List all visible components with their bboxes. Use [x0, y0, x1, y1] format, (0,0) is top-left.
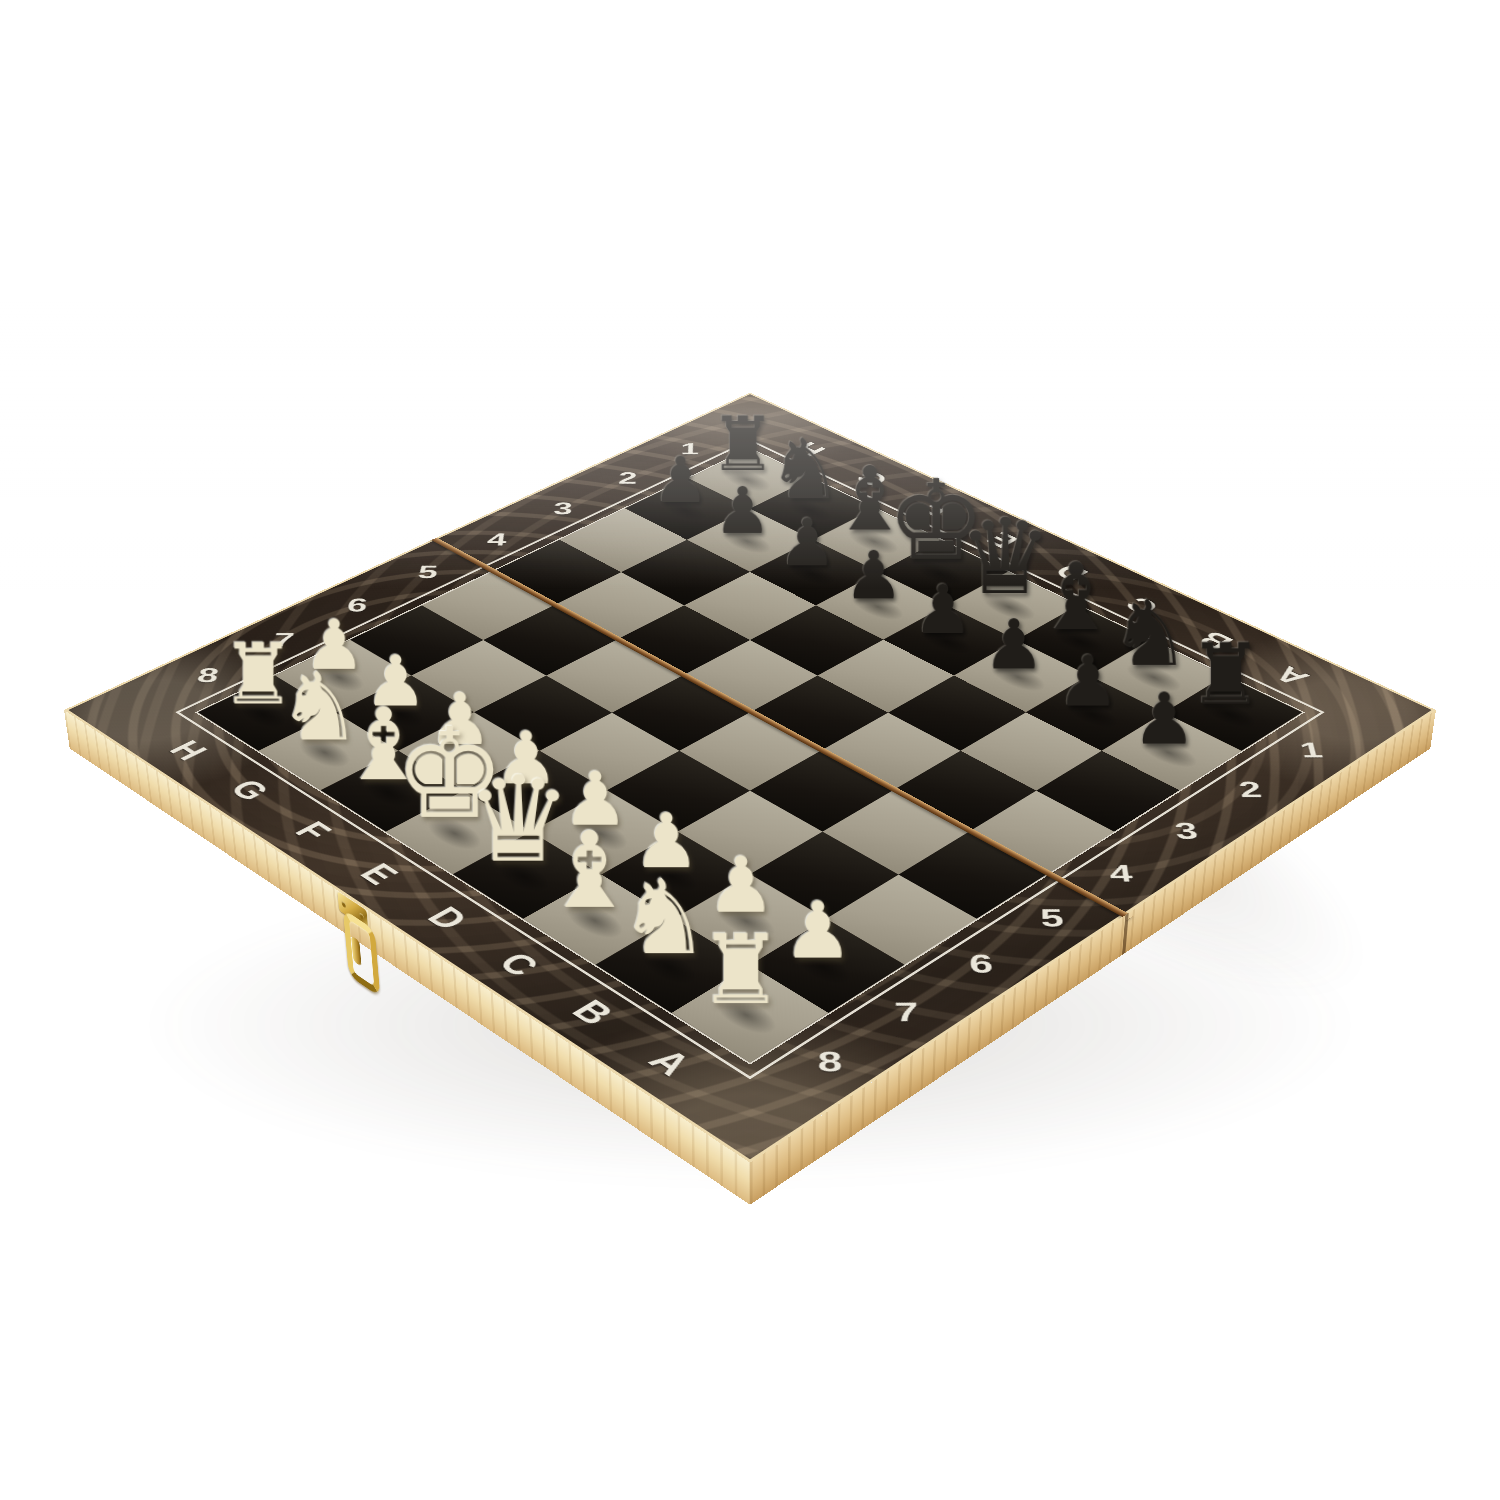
rank-label-left-edge-3: 3 — [553, 499, 574, 518]
rank-label-right-edge-8: 8 — [817, 1046, 843, 1078]
file-label-white-edge-A: A — [640, 1043, 701, 1082]
file-label-white-edge-B: B — [563, 994, 623, 1031]
square-d5[interactable] — [680, 712, 821, 790]
clasp-loop — [343, 909, 380, 997]
file-label-white-edge-H: H — [161, 736, 216, 766]
rank-label-right-edge-6: 6 — [968, 950, 995, 979]
rank-label-right-edge-4: 4 — [1107, 860, 1134, 887]
file-label-white-edge-G: G — [221, 774, 278, 806]
rank-label-left-edge-1: 1 — [680, 440, 699, 458]
board-top-face: ♜♞♝♚♛♝♞♜♟♟♟♟♟♟♟♟♟♟♟♟♟♟♟♟♜♞♝♚♛♝♞♜ HH11GG2… — [64, 393, 1436, 1163]
rank-label-right-edge-5: 5 — [1039, 904, 1066, 932]
product-photo-scene: ♜♞♝♚♛♝♞♜♟♟♟♟♟♟♟♟♟♟♟♟♟♟♟♟♜♞♝♚♛♝♞♜ HH11GG2… — [0, 0, 1500, 1500]
rank-label-left-edge-2: 2 — [618, 469, 638, 488]
rank-label-right-edge-7: 7 — [894, 997, 920, 1028]
square-a8[interactable]: ♜ — [671, 965, 829, 1063]
rank-label-right-edge-3: 3 — [1173, 818, 1200, 844]
rank-label-left-edge-6: 6 — [345, 595, 369, 616]
perspective-space: ♜♞♝♚♛♝♞♜♟♟♟♟♟♟♟♟♟♟♟♟♟♟♟♟♜♞♝♚♛♝♞♜ HH11GG2… — [0, 0, 1500, 1500]
file-label-white-edge-E: E — [351, 858, 407, 890]
rank-label-right-edge-1: 1 — [1298, 738, 1326, 762]
clasp-hook — [351, 935, 361, 966]
rank-label-left-edge-5: 5 — [417, 562, 440, 582]
rank-label-right-edge-2: 2 — [1236, 777, 1264, 802]
piece-white-rook-a8[interactable]: ♜ — [645, 922, 837, 1018]
file-label-white-edge-C: C — [489, 947, 548, 983]
rank-label-left-edge-4: 4 — [486, 530, 508, 550]
piece-black-pawn-a2[interactable]: ♟ — [1093, 683, 1236, 754]
chess-box: ♜♞♝♚♛♝♞♜♟♟♟♟♟♟♟♟♟♟♟♟♟♟♟♟♜♞♝♚♛♝♞♜ HH11GG2… — [64, 393, 1436, 1163]
file-label-white-edge-D: D — [419, 901, 477, 935]
